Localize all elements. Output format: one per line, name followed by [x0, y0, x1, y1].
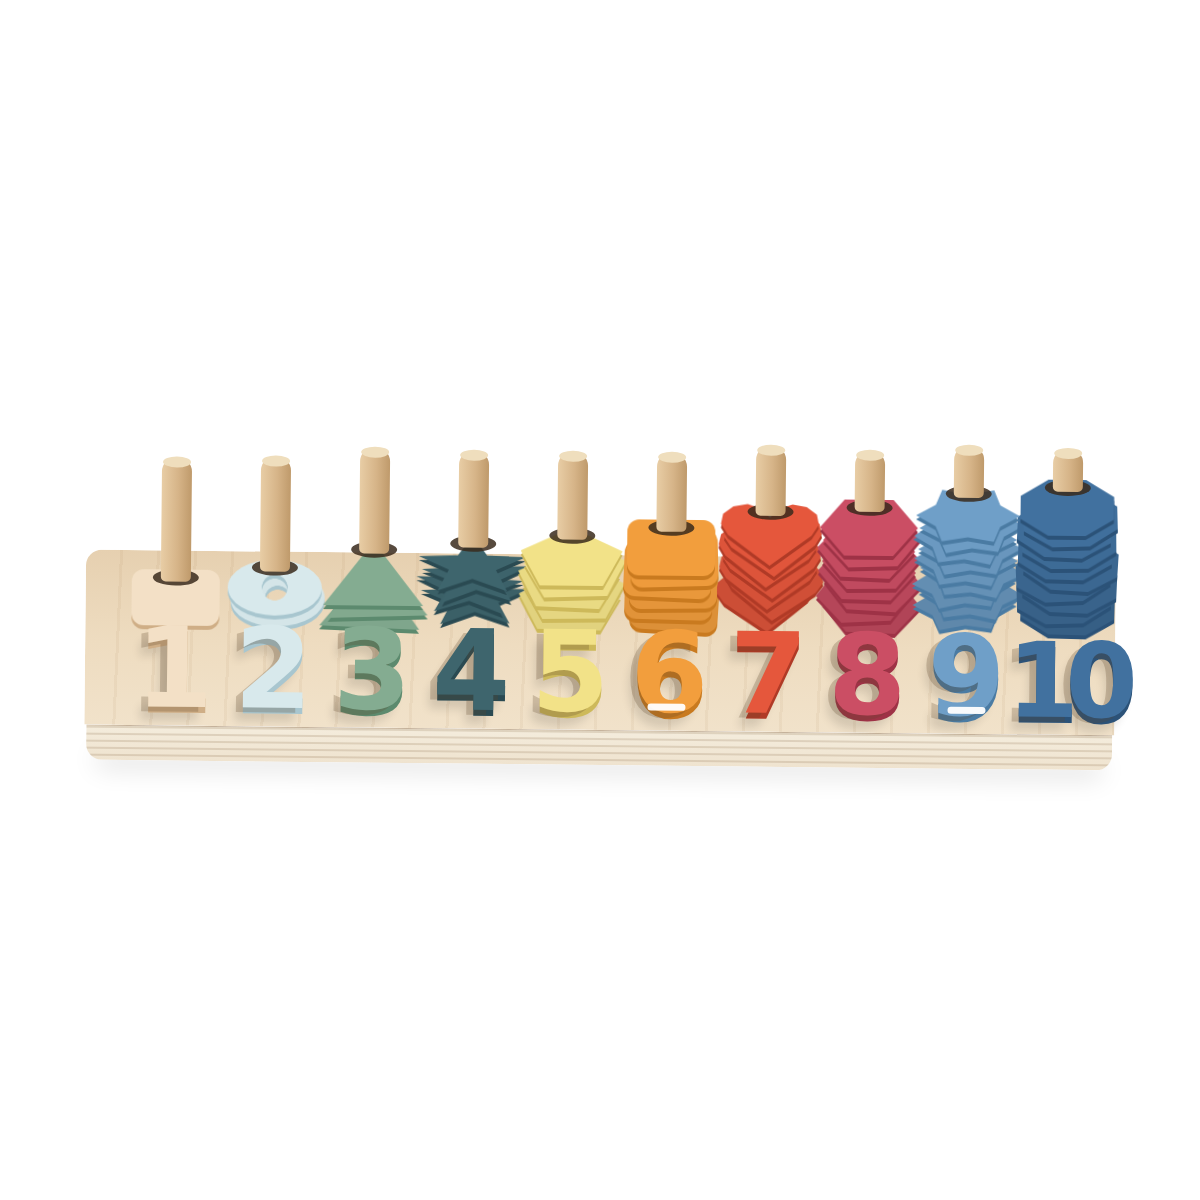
- number-label: 5: [531, 606, 610, 737]
- wooden-peg: [259, 456, 290, 571]
- wooden-peg: [359, 447, 390, 553]
- wooden-board: 12345678910: [84, 550, 1116, 773]
- number-label: 7: [729, 608, 808, 739]
- number-piece-6: 6: [630, 616, 709, 729]
- peg-column-5: 5: [520, 554, 621, 730]
- number-label: 9: [927, 610, 1006, 741]
- peg-column-1: 1: [124, 550, 225, 726]
- peg-columns: 12345678910: [124, 550, 1116, 735]
- peg-column-4: 4: [421, 553, 522, 729]
- wooden-peg: [557, 452, 588, 540]
- number-piece-10: 10: [1006, 628, 1124, 733]
- white-dash-mark: [947, 707, 985, 714]
- number-piece-2: 2: [234, 612, 313, 725]
- number-piece-4: 4: [432, 614, 511, 727]
- peg-column-6: 6: [619, 555, 720, 731]
- wooden-peg: [1052, 449, 1082, 492]
- wooden-peg: [160, 457, 191, 581]
- wooden-peg: [755, 446, 786, 516]
- number-piece-5: 5: [531, 615, 610, 728]
- wooden-peg: [458, 451, 489, 548]
- peg-column-7: 7: [718, 556, 819, 732]
- peg-column-10: 10: [1015, 559, 1116, 735]
- number-label: 4: [432, 605, 511, 736]
- peg-column-3: 3: [322, 552, 423, 728]
- number-label: 6: [630, 607, 709, 738]
- peg-column-2: 2: [223, 551, 324, 727]
- number-piece-3: 3: [333, 613, 412, 726]
- number-piece-7: 7: [729, 617, 808, 730]
- board-top-surface: 12345678910: [84, 550, 1116, 736]
- number-piece-1: 1: [135, 611, 214, 724]
- wooden-peg: [953, 446, 984, 498]
- wooden-peg: [656, 453, 687, 532]
- number-label: 2: [234, 603, 313, 734]
- product-photo: 12345678910: [0, 0, 1200, 1200]
- number-label: 1: [135, 602, 214, 733]
- peg-column-9: 9: [916, 558, 1017, 734]
- number-label: 10: [1006, 619, 1124, 742]
- peg-column-8: 8: [817, 557, 918, 733]
- number-piece-9: 9: [927, 619, 1006, 732]
- white-dash-mark: [647, 703, 685, 710]
- wooden-peg: [854, 451, 885, 512]
- number-piece-8: 8: [828, 618, 907, 731]
- number-label: 3: [333, 604, 412, 735]
- number-label: 8: [828, 609, 907, 740]
